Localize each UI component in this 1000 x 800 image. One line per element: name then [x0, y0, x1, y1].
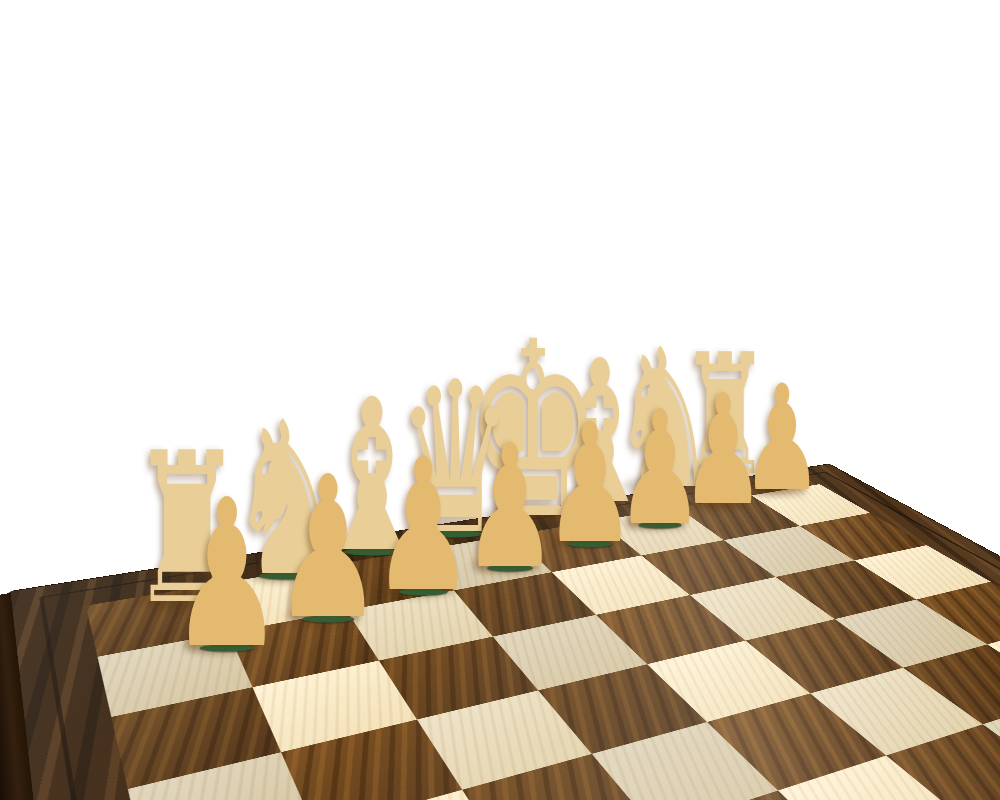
piece-white-pawn-c2[interactable]: ♟	[372, 434, 474, 617]
piece-white-pawn-e2[interactable]: ♟	[544, 402, 636, 567]
piece-white-pawn-d2[interactable]: ♟	[462, 421, 557, 592]
chess-set-photo: ♜♞♝♛♚♝♞♜♟♟♟♟♟♟♟♟	[0, 0, 1000, 800]
piece-white-pawn-b2[interactable]: ♟	[274, 450, 383, 646]
piece-white-pawn-a2[interactable]: ♟	[170, 473, 283, 677]
